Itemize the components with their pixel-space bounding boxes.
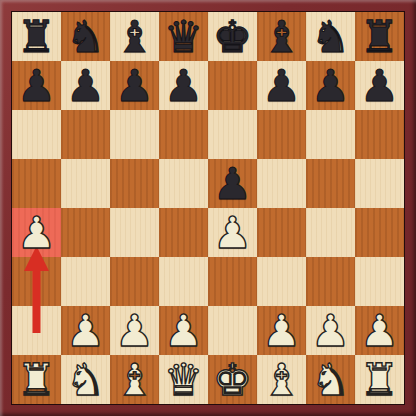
square-h6[interactable] <box>355 110 404 159</box>
square-c8[interactable]: ♝ <box>110 12 159 61</box>
white-pawn[interactable]: ♟ <box>159 306 208 355</box>
white-rook[interactable]: ♜ <box>12 355 61 404</box>
square-g7[interactable]: ♟ <box>306 61 355 110</box>
square-d7[interactable]: ♟ <box>159 61 208 110</box>
white-rook[interactable]: ♜ <box>355 355 404 404</box>
square-b4[interactable] <box>61 208 110 257</box>
square-e2[interactable] <box>208 306 257 355</box>
square-f3[interactable] <box>257 257 306 306</box>
square-h7[interactable]: ♟ <box>355 61 404 110</box>
white-king[interactable]: ♚ <box>208 355 257 404</box>
black-rook[interactable]: ♜ <box>355 12 404 61</box>
square-a8[interactable]: ♜ <box>12 12 61 61</box>
square-c5[interactable] <box>110 159 159 208</box>
square-f4[interactable] <box>257 208 306 257</box>
square-f7[interactable]: ♟ <box>257 61 306 110</box>
square-h4[interactable] <box>355 208 404 257</box>
white-pawn[interactable]: ♟ <box>306 306 355 355</box>
square-a1[interactable]: ♜ <box>12 355 61 404</box>
square-f2[interactable]: ♟ <box>257 306 306 355</box>
black-king[interactable]: ♚ <box>208 12 257 61</box>
square-e1[interactable]: ♚ <box>208 355 257 404</box>
square-d3[interactable] <box>159 257 208 306</box>
black-bishop[interactable]: ♝ <box>110 12 159 61</box>
square-b6[interactable] <box>61 110 110 159</box>
square-f1[interactable]: ♝ <box>257 355 306 404</box>
square-h5[interactable] <box>355 159 404 208</box>
square-g5[interactable] <box>306 159 355 208</box>
square-a4[interactable]: ♟ <box>12 208 61 257</box>
square-g3[interactable] <box>306 257 355 306</box>
black-knight[interactable]: ♞ <box>306 12 355 61</box>
square-h8[interactable]: ♜ <box>355 12 404 61</box>
black-pawn[interactable]: ♟ <box>306 61 355 110</box>
black-queen[interactable]: ♛ <box>159 12 208 61</box>
square-g1[interactable]: ♞ <box>306 355 355 404</box>
white-bishop[interactable]: ♝ <box>257 355 306 404</box>
square-h2[interactable]: ♟ <box>355 306 404 355</box>
square-b8[interactable]: ♞ <box>61 12 110 61</box>
square-c4[interactable] <box>110 208 159 257</box>
black-pawn[interactable]: ♟ <box>208 159 257 208</box>
black-pawn[interactable]: ♟ <box>61 61 110 110</box>
square-c7[interactable]: ♟ <box>110 61 159 110</box>
square-d1[interactable]: ♛ <box>159 355 208 404</box>
square-d4[interactable] <box>159 208 208 257</box>
white-queen[interactable]: ♛ <box>159 355 208 404</box>
square-e8[interactable]: ♚ <box>208 12 257 61</box>
square-f5[interactable] <box>257 159 306 208</box>
white-pawn[interactable]: ♟ <box>355 306 404 355</box>
square-e6[interactable] <box>208 110 257 159</box>
square-g8[interactable]: ♞ <box>306 12 355 61</box>
black-knight[interactable]: ♞ <box>61 12 110 61</box>
square-d5[interactable] <box>159 159 208 208</box>
chess-board: ♜♞♝♛♚♝♞♜♟♟♟♟♟♟♟♟♟♟♟♟♟♟♟♟♜♞♝♛♚♝♞♜ <box>12 12 404 404</box>
square-a5[interactable] <box>12 159 61 208</box>
black-bishop[interactable]: ♝ <box>257 12 306 61</box>
square-c2[interactable]: ♟ <box>110 306 159 355</box>
square-a6[interactable] <box>12 110 61 159</box>
black-pawn[interactable]: ♟ <box>110 61 159 110</box>
square-a7[interactable]: ♟ <box>12 61 61 110</box>
square-e3[interactable] <box>208 257 257 306</box>
square-e4[interactable]: ♟ <box>208 208 257 257</box>
square-c1[interactable]: ♝ <box>110 355 159 404</box>
black-pawn[interactable]: ♟ <box>159 61 208 110</box>
black-rook[interactable]: ♜ <box>12 12 61 61</box>
white-knight[interactable]: ♞ <box>306 355 355 404</box>
square-a3[interactable] <box>12 257 61 306</box>
white-pawn[interactable]: ♟ <box>110 306 159 355</box>
board-frame: ♜♞♝♛♚♝♞♜♟♟♟♟♟♟♟♟♟♟♟♟♟♟♟♟♜♞♝♛♚♝♞♜ <box>0 0 416 416</box>
square-b5[interactable] <box>61 159 110 208</box>
square-e7[interactable] <box>208 61 257 110</box>
white-pawn[interactable]: ♟ <box>61 306 110 355</box>
square-g2[interactable]: ♟ <box>306 306 355 355</box>
square-a2[interactable] <box>12 306 61 355</box>
square-g6[interactable] <box>306 110 355 159</box>
square-g4[interactable] <box>306 208 355 257</box>
square-h1[interactable]: ♜ <box>355 355 404 404</box>
white-knight[interactable]: ♞ <box>61 355 110 404</box>
square-c6[interactable] <box>110 110 159 159</box>
square-b3[interactable] <box>61 257 110 306</box>
square-e5[interactable]: ♟ <box>208 159 257 208</box>
square-d8[interactable]: ♛ <box>159 12 208 61</box>
square-b2[interactable]: ♟ <box>61 306 110 355</box>
square-d2[interactable]: ♟ <box>159 306 208 355</box>
white-pawn[interactable]: ♟ <box>12 208 61 257</box>
square-b7[interactable]: ♟ <box>61 61 110 110</box>
square-d6[interactable] <box>159 110 208 159</box>
white-pawn[interactable]: ♟ <box>208 208 257 257</box>
square-f6[interactable] <box>257 110 306 159</box>
square-h3[interactable] <box>355 257 404 306</box>
black-pawn[interactable]: ♟ <box>257 61 306 110</box>
white-pawn[interactable]: ♟ <box>257 306 306 355</box>
white-bishop[interactable]: ♝ <box>110 355 159 404</box>
square-f8[interactable]: ♝ <box>257 12 306 61</box>
square-b1[interactable]: ♞ <box>61 355 110 404</box>
square-c3[interactable] <box>110 257 159 306</box>
black-pawn[interactable]: ♟ <box>355 61 404 110</box>
black-pawn[interactable]: ♟ <box>12 61 61 110</box>
